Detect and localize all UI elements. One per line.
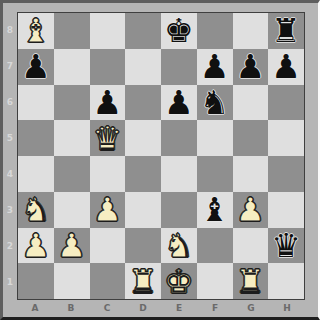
- square-g8[interactable]: [233, 13, 269, 49]
- square-h4[interactable]: [268, 156, 304, 192]
- rank-label-6: 6: [3, 84, 17, 120]
- piece-black-rook[interactable]: ♜: [271, 14, 301, 47]
- piece-white-rook[interactable]: ♜: [236, 265, 266, 298]
- square-e3[interactable]: [161, 192, 197, 228]
- square-f2[interactable]: [197, 228, 233, 264]
- file-label-f: F: [197, 300, 233, 315]
- square-c5[interactable]: ♛: [90, 120, 126, 156]
- piece-black-pawn[interactable]: ♟: [271, 50, 301, 83]
- square-a8[interactable]: ♝: [18, 13, 54, 49]
- square-f7[interactable]: ♟: [197, 49, 233, 85]
- square-f1[interactable]: [197, 263, 233, 299]
- piece-white-knight[interactable]: ♞: [164, 229, 194, 262]
- square-b8[interactable]: [54, 13, 90, 49]
- square-h7[interactable]: ♟: [268, 49, 304, 85]
- square-d6[interactable]: [125, 85, 161, 121]
- square-f4[interactable]: [197, 156, 233, 192]
- piece-white-rook[interactable]: ♜: [128, 265, 158, 298]
- file-label-d: D: [125, 300, 161, 315]
- piece-black-pawn[interactable]: ♟: [164, 86, 194, 119]
- square-e8[interactable]: ♚: [161, 13, 197, 49]
- piece-black-queen[interactable]: ♛: [271, 229, 301, 262]
- square-d5[interactable]: [125, 120, 161, 156]
- file-label-h: H: [269, 300, 305, 315]
- rank-label-7: 7: [3, 48, 17, 84]
- square-d4[interactable]: [125, 156, 161, 192]
- rank-label-1: 1: [3, 264, 17, 300]
- square-e7[interactable]: [161, 49, 197, 85]
- piece-white-pawn[interactable]: ♟: [21, 229, 51, 262]
- rank-label-8: 8: [3, 12, 17, 48]
- square-g3[interactable]: ♟: [233, 192, 269, 228]
- square-b5[interactable]: [54, 120, 90, 156]
- square-c8[interactable]: [90, 13, 126, 49]
- chess-board: ♝♚♜♟♟♟♟♟♟♞♛♞♟♝♟♟♟♞♛♜♚♜: [17, 12, 305, 300]
- square-a7[interactable]: ♟: [18, 49, 54, 85]
- rank-labels: 87654321: [3, 12, 17, 300]
- square-h2[interactable]: ♛: [268, 228, 304, 264]
- rank-label-2: 2: [3, 228, 17, 264]
- square-c3[interactable]: ♟: [90, 192, 126, 228]
- square-g6[interactable]: [233, 85, 269, 121]
- square-h6[interactable]: [268, 85, 304, 121]
- file-label-b: B: [53, 300, 89, 315]
- piece-black-knight[interactable]: ♞: [200, 86, 230, 119]
- square-b2[interactable]: ♟: [54, 228, 90, 264]
- square-c4[interactable]: [90, 156, 126, 192]
- square-f5[interactable]: [197, 120, 233, 156]
- square-a2[interactable]: ♟: [18, 228, 54, 264]
- piece-white-pawn[interactable]: ♟: [57, 229, 87, 262]
- square-b4[interactable]: [54, 156, 90, 192]
- board-frame: 87654321 ♝♚♜♟♟♟♟♟♟♞♛♞♟♝♟♟♟♞♛♜♚♜ ABCDEFGH: [0, 0, 320, 320]
- square-f8[interactable]: [197, 13, 233, 49]
- piece-black-pawn[interactable]: ♟: [200, 50, 230, 83]
- file-label-a: A: [17, 300, 53, 315]
- file-label-c: C: [89, 300, 125, 315]
- square-h1[interactable]: [268, 263, 304, 299]
- square-d1[interactable]: ♜: [125, 263, 161, 299]
- square-g2[interactable]: [233, 228, 269, 264]
- square-b3[interactable]: [54, 192, 90, 228]
- square-c7[interactable]: [90, 49, 126, 85]
- square-f3[interactable]: ♝: [197, 192, 233, 228]
- piece-black-pawn[interactable]: ♟: [93, 86, 123, 119]
- square-c6[interactable]: ♟: [90, 85, 126, 121]
- square-a5[interactable]: [18, 120, 54, 156]
- piece-black-bishop[interactable]: ♝: [200, 193, 230, 226]
- rank-label-4: 4: [3, 156, 17, 192]
- square-f6[interactable]: ♞: [197, 85, 233, 121]
- file-label-g: G: [233, 300, 269, 315]
- square-g5[interactable]: [233, 120, 269, 156]
- square-e6[interactable]: ♟: [161, 85, 197, 121]
- piece-black-king[interactable]: ♚: [164, 14, 194, 47]
- square-a4[interactable]: [18, 156, 54, 192]
- piece-white-pawn[interactable]: ♟: [236, 193, 266, 226]
- square-b7[interactable]: [54, 49, 90, 85]
- square-d3[interactable]: [125, 192, 161, 228]
- square-h3[interactable]: [268, 192, 304, 228]
- piece-white-bishop[interactable]: ♝: [21, 14, 51, 47]
- piece-black-pawn[interactable]: ♟: [236, 50, 266, 83]
- file-label-e: E: [161, 300, 197, 315]
- file-labels: ABCDEFGH: [17, 300, 305, 315]
- square-e2[interactable]: ♞: [161, 228, 197, 264]
- rank-label-3: 3: [3, 192, 17, 228]
- square-c2[interactable]: [90, 228, 126, 264]
- square-b1[interactable]: [54, 263, 90, 299]
- square-a1[interactable]: [18, 263, 54, 299]
- square-a3[interactable]: ♞: [18, 192, 54, 228]
- square-d7[interactable]: [125, 49, 161, 85]
- square-g7[interactable]: ♟: [233, 49, 269, 85]
- square-h8[interactable]: ♜: [268, 13, 304, 49]
- piece-white-queen[interactable]: ♛: [93, 122, 123, 155]
- square-d8[interactable]: [125, 13, 161, 49]
- square-c1[interactable]: [90, 263, 126, 299]
- piece-white-knight[interactable]: ♞: [21, 193, 51, 226]
- square-e1[interactable]: ♚: [161, 263, 197, 299]
- piece-black-pawn[interactable]: ♟: [21, 50, 51, 83]
- square-g1[interactable]: ♜: [233, 263, 269, 299]
- square-b6[interactable]: [54, 85, 90, 121]
- square-e5[interactable]: [161, 120, 197, 156]
- square-h5[interactable]: [268, 120, 304, 156]
- piece-white-pawn[interactable]: ♟: [93, 193, 123, 226]
- piece-white-king[interactable]: ♚: [164, 265, 194, 298]
- square-e4[interactable]: [161, 156, 197, 192]
- square-a6[interactable]: [18, 85, 54, 121]
- square-d2[interactable]: [125, 228, 161, 264]
- rank-label-5: 5: [3, 120, 17, 156]
- square-g4[interactable]: [233, 156, 269, 192]
